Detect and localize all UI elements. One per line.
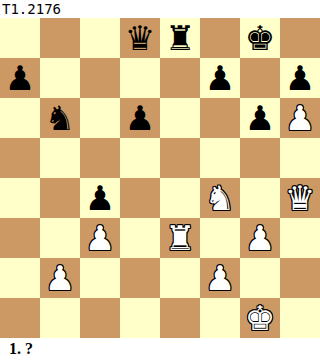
square-h5[interactable]: [280, 138, 320, 178]
black-pawn-icon: ♟: [85, 178, 115, 218]
square-e2[interactable]: [160, 258, 200, 298]
square-e3[interactable]: ♜: [160, 218, 200, 258]
square-d7[interactable]: [120, 58, 160, 98]
square-b4[interactable]: [40, 178, 80, 218]
square-e6[interactable]: [160, 98, 200, 138]
square-f3[interactable]: [200, 218, 240, 258]
square-f2[interactable]: ♟: [200, 258, 240, 298]
square-h1[interactable]: [280, 298, 320, 338]
black-pawn-icon: ♟: [125, 98, 155, 138]
square-g3[interactable]: ♟: [240, 218, 280, 258]
chess-puzzle-screen: { "game": "chess", "position": "3qr1k1/p…: [0, 0, 320, 360]
square-h2[interactable]: [280, 258, 320, 298]
square-a7[interactable]: ♟: [0, 58, 40, 98]
black-pawn-icon: ♟: [205, 58, 235, 98]
square-g8[interactable]: ♚: [240, 18, 280, 58]
square-c6[interactable]: [80, 98, 120, 138]
square-d4[interactable]: [120, 178, 160, 218]
square-c3[interactable]: ♟: [80, 218, 120, 258]
white-pawn-icon: ♟: [85, 218, 115, 258]
square-c1[interactable]: [80, 298, 120, 338]
square-b3[interactable]: [40, 218, 80, 258]
square-b6[interactable]: ♞: [40, 98, 80, 138]
square-c7[interactable]: [80, 58, 120, 98]
black-pawn-icon: ♟: [245, 98, 275, 138]
black-king-icon: ♚: [245, 18, 275, 58]
square-f8[interactable]: [200, 18, 240, 58]
puzzle-id: T1.2176: [2, 1, 61, 18]
square-e7[interactable]: [160, 58, 200, 98]
white-pawn-icon: ♟: [45, 258, 75, 298]
black-queen-icon: ♛: [125, 18, 155, 58]
white-queen-icon: ♛: [285, 178, 315, 218]
square-f6[interactable]: [200, 98, 240, 138]
square-c5[interactable]: [80, 138, 120, 178]
square-h6[interactable]: ♟: [280, 98, 320, 138]
white-pawn-icon: ♟: [245, 218, 275, 258]
black-pawn-icon: ♟: [285, 58, 315, 98]
square-b8[interactable]: [40, 18, 80, 58]
black-rook-icon: ♜: [165, 18, 195, 58]
square-a5[interactable]: [0, 138, 40, 178]
square-f4[interactable]: ♞: [200, 178, 240, 218]
square-g5[interactable]: [240, 138, 280, 178]
square-h7[interactable]: ♟: [280, 58, 320, 98]
square-e5[interactable]: [160, 138, 200, 178]
square-g4[interactable]: [240, 178, 280, 218]
square-d6[interactable]: ♟: [120, 98, 160, 138]
square-g1[interactable]: ♚: [240, 298, 280, 338]
square-d3[interactable]: [120, 218, 160, 258]
square-b7[interactable]: [40, 58, 80, 98]
white-pawn-icon: ♟: [285, 98, 315, 138]
square-a1[interactable]: [0, 298, 40, 338]
black-pawn-icon: ♟: [5, 58, 35, 98]
square-c8[interactable]: [80, 18, 120, 58]
square-b2[interactable]: ♟: [40, 258, 80, 298]
chess-board: ♛♜♚♟♟♟♞♟♟♟♟♞♛♟♜♟♟♟♚: [0, 18, 320, 338]
square-b5[interactable]: [40, 138, 80, 178]
square-e1[interactable]: [160, 298, 200, 338]
square-h4[interactable]: ♛: [280, 178, 320, 218]
square-h3[interactable]: [280, 218, 320, 258]
white-knight-icon: ♞: [205, 178, 235, 218]
square-d2[interactable]: [120, 258, 160, 298]
square-a8[interactable]: [0, 18, 40, 58]
square-a4[interactable]: [0, 178, 40, 218]
square-c4[interactable]: ♟: [80, 178, 120, 218]
square-c2[interactable]: [80, 258, 120, 298]
square-d8[interactable]: ♛: [120, 18, 160, 58]
square-b1[interactable]: [40, 298, 80, 338]
move-prompt: 1. ?: [9, 338, 33, 360]
square-d1[interactable]: [120, 298, 160, 338]
square-a3[interactable]: [0, 218, 40, 258]
black-knight-icon: ♞: [45, 98, 75, 138]
square-e4[interactable]: [160, 178, 200, 218]
square-f1[interactable]: [200, 298, 240, 338]
white-king-icon: ♚: [245, 298, 275, 338]
square-d5[interactable]: [120, 138, 160, 178]
square-g6[interactable]: ♟: [240, 98, 280, 138]
square-g7[interactable]: [240, 58, 280, 98]
square-e8[interactable]: ♜: [160, 18, 200, 58]
square-h8[interactable]: [280, 18, 320, 58]
square-a2[interactable]: [0, 258, 40, 298]
white-rook-icon: ♜: [165, 218, 195, 258]
white-pawn-icon: ♟: [205, 258, 235, 298]
square-f7[interactable]: ♟: [200, 58, 240, 98]
square-f5[interactable]: [200, 138, 240, 178]
square-a6[interactable]: [0, 98, 40, 138]
square-g2[interactable]: [240, 258, 280, 298]
